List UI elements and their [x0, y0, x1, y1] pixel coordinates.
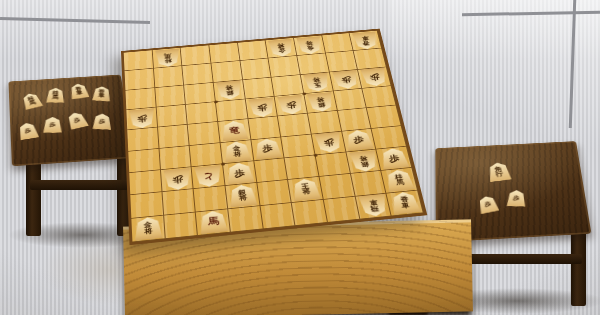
board-square[interactable]: [324, 196, 360, 222]
shogi-piece-rook[interactable]: 飛車: [357, 194, 390, 218]
shogi-piece-gold[interactable]: 金将: [296, 36, 324, 55]
captured-piece-bishop[interactable]: 角行: [486, 161, 512, 182]
board-square[interactable]: 金将: [221, 140, 254, 164]
board-square[interactable]: 歩: [223, 161, 257, 186]
board-square[interactable]: 歩: [342, 129, 377, 153]
captured-piece-pawn[interactable]: 歩: [43, 117, 62, 133]
shogi-piece-silver[interactable]: 銀将: [348, 150, 379, 172]
board-square[interactable]: 金将: [131, 215, 165, 242]
board-square[interactable]: [128, 149, 160, 174]
board-square[interactable]: 歩: [251, 137, 285, 161]
captured-piece-knight[interactable]: 桂馬: [46, 88, 65, 103]
board-square[interactable]: 歩: [161, 167, 194, 192]
board-square[interactable]: 歩: [377, 147, 413, 171]
shogi-piece-gold[interactable]: 金将: [133, 216, 163, 241]
board-square[interactable]: [188, 122, 221, 146]
captured-piece-pawn[interactable]: 歩: [92, 113, 112, 130]
shogi-piece-pawn[interactable]: 歩: [314, 132, 344, 154]
board-square[interactable]: [194, 186, 228, 212]
board-square[interactable]: [338, 108, 372, 131]
board-square[interactable]: [228, 206, 263, 233]
board-square[interactable]: 銀将: [226, 183, 261, 209]
board-square[interactable]: 王将: [288, 177, 323, 203]
board-square[interactable]: [127, 128, 159, 152]
shogi-piece-horse[interactable]: 馬: [198, 210, 229, 235]
shogi-piece-pawn[interactable]: 歩: [344, 129, 375, 151]
captured-piece-pawn[interactable]: 歩: [65, 111, 89, 130]
board-square[interactable]: [363, 86, 397, 108]
shogi-piece-pawn[interactable]: 歩: [331, 70, 360, 90]
shogi-piece-pawn[interactable]: 歩: [163, 168, 192, 191]
board-square[interactable]: 飛車: [355, 193, 392, 219]
captured-piece-lance[interactable]: 香車: [92, 86, 112, 102]
board-grid: 桂馬金将金将香車銀将玉将歩歩歩歩歩銀将竜金将歩歩歩歩と歩銀将歩銀将王将桂馬金将馬…: [124, 31, 424, 243]
board-square[interactable]: [281, 134, 315, 158]
board-square[interactable]: [190, 143, 223, 167]
board-square[interactable]: [254, 158, 288, 183]
board-square[interactable]: [278, 114, 312, 137]
board-square[interactable]: 歩: [312, 131, 346, 155]
shogi-piece-pawn[interactable]: 歩: [128, 108, 156, 129]
shogi-piece-lance[interactable]: 香車: [352, 31, 381, 50]
shogi-piece-tokin[interactable]: と: [194, 165, 224, 188]
board-square[interactable]: [164, 212, 198, 239]
shogi-piece-pawn[interactable]: 歩: [277, 94, 306, 115]
board-square[interactable]: 銀将: [346, 149, 381, 174]
shogi-piece-pawn[interactable]: 歩: [247, 97, 276, 118]
board-square[interactable]: [285, 155, 320, 180]
shogi-piece-lance[interactable]: 香車: [389, 191, 422, 215]
shogi-piece-silver[interactable]: 銀将: [306, 92, 335, 113]
shogi-piece-king[interactable]: 王将: [290, 178, 321, 201]
captured-piece-pawn[interactable]: 歩: [506, 190, 526, 207]
shogi-piece-pawn[interactable]: 歩: [253, 138, 283, 160]
board-square[interactable]: [292, 199, 328, 225]
board-square[interactable]: [260, 203, 296, 230]
board-square[interactable]: [367, 106, 402, 129]
board-square[interactable]: [162, 189, 196, 215]
shogi-board: 桂馬金将金将香車銀将玉将歩歩歩歩歩銀将竜金将歩歩歩歩と歩銀将歩銀将王将桂馬金将馬…: [121, 29, 427, 246]
shogi-piece-gold[interactable]: 金将: [268, 38, 296, 57]
shogi-piece-silver[interactable]: 銀将: [228, 184, 259, 208]
shogi-piece-silver[interactable]: 銀将: [215, 80, 243, 100]
shogi-piece-pawn[interactable]: 歩: [360, 67, 390, 87]
board-square[interactable]: [248, 116, 281, 139]
shogi-piece-pawn[interactable]: 歩: [225, 162, 255, 185]
board-square[interactable]: 竜: [218, 119, 251, 142]
captured-piece-pawn[interactable]: 歩: [17, 121, 40, 140]
gote-hand-tray: 桂馬桂馬香車香車歩歩歩歩: [8, 75, 135, 167]
shogi-piece-knight[interactable]: 桂馬: [154, 48, 181, 67]
shogi-piece-knight[interactable]: 桂馬: [384, 169, 416, 192]
board-square[interactable]: [130, 192, 163, 218]
board-square[interactable]: [372, 126, 407, 150]
captured-piece-lance[interactable]: 香車: [68, 83, 89, 100]
board-square[interactable]: [351, 171, 387, 196]
board-square[interactable]: 歩: [245, 97, 278, 120]
shogi-piece-pawn[interactable]: 歩: [379, 147, 411, 169]
shogi-piece-gold[interactable]: 金将: [222, 140, 252, 162]
captured-piece-pawn[interactable]: 歩: [476, 195, 500, 215]
board-surface: 桂馬金将金将香車銀将玉将歩歩歩歩歩銀将竜金将歩歩歩歩と歩銀将歩銀将王将桂馬金将馬…: [121, 29, 427, 246]
board-square[interactable]: [158, 125, 190, 149]
board-square[interactable]: 桂馬: [382, 168, 418, 193]
board-square[interactable]: 馬: [196, 209, 231, 236]
board-square[interactable]: [333, 89, 367, 111]
shogi-scene: 桂馬桂馬香車香車歩歩歩歩 角行歩歩 桂馬金将金将香車銀将玉将歩歩歩歩歩銀将竜金将…: [0, 0, 600, 315]
shogi-piece-dragon[interactable]: 竜: [220, 120, 249, 141]
board-square[interactable]: [156, 105, 188, 128]
board-square[interactable]: [216, 99, 248, 122]
board-square[interactable]: [257, 180, 292, 206]
board-square[interactable]: [159, 146, 192, 170]
board-square[interactable]: [320, 174, 356, 199]
board-square[interactable]: [308, 111, 342, 134]
board-square[interactable]: [316, 152, 351, 177]
captured-piece-knight[interactable]: 桂馬: [20, 92, 44, 111]
board-square[interactable]: [129, 170, 162, 195]
board-square[interactable]: と: [192, 164, 226, 189]
board-square[interactable]: 銀将: [304, 91, 337, 113]
shogi-piece-king[interactable]: 玉将: [303, 73, 332, 93]
board-square[interactable]: 香車: [387, 190, 424, 216]
